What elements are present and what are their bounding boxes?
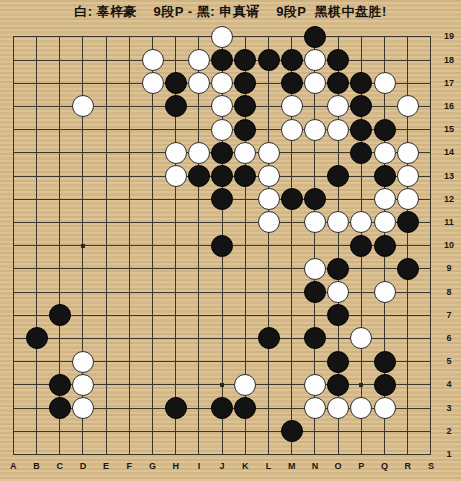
stone-white: [304, 374, 326, 396]
row-label: 17: [439, 78, 459, 88]
stone-white: [281, 95, 303, 117]
stone-black: [49, 304, 71, 326]
stone-black: [374, 165, 396, 187]
stone-black: [350, 119, 372, 141]
board-grid-line: [13, 315, 432, 316]
column-label: G: [149, 461, 156, 471]
stone-black: [327, 258, 349, 280]
stone-white: [397, 165, 419, 187]
board-grid-line: [13, 454, 432, 455]
stone-white: [165, 142, 187, 164]
stone-white: [374, 72, 396, 94]
stone-white: [258, 188, 280, 210]
stone-black: [304, 26, 326, 48]
stone-black: [165, 72, 187, 94]
row-label: 7: [439, 310, 459, 320]
stone-black: [327, 374, 349, 396]
stone-white: [142, 49, 164, 71]
row-label: 14: [439, 147, 459, 157]
stone-black: [165, 397, 187, 419]
row-label: 5: [439, 356, 459, 366]
stone-white: [72, 351, 94, 373]
stone-white: [258, 142, 280, 164]
row-label: 19: [439, 31, 459, 41]
stone-black: [165, 95, 187, 117]
stone-white: [304, 397, 326, 419]
column-label: C: [56, 461, 63, 471]
stone-white: [211, 119, 233, 141]
stone-white: [211, 72, 233, 94]
column-label: L: [266, 461, 272, 471]
column-label: A: [10, 461, 17, 471]
board-grid-line: [13, 292, 432, 293]
stone-black: [374, 119, 396, 141]
stone-white: [72, 95, 94, 117]
stone-black: [327, 72, 349, 94]
stone-black: [327, 49, 349, 71]
stone-black: [211, 165, 233, 187]
stone-white: [165, 165, 187, 187]
row-label: 11: [439, 217, 459, 227]
stone-white: [397, 188, 419, 210]
stone-black: [304, 327, 326, 349]
row-label: 8: [439, 287, 459, 297]
stone-black: [49, 397, 71, 419]
stone-white: [327, 95, 349, 117]
stone-white: [142, 72, 164, 94]
stone-black: [26, 327, 48, 349]
stone-white: [258, 211, 280, 233]
row-label: 6: [439, 333, 459, 343]
stone-black: [234, 165, 256, 187]
stone-black: [281, 188, 303, 210]
row-label: 4: [439, 379, 459, 389]
stone-black: [350, 72, 372, 94]
stone-white: [350, 397, 372, 419]
row-label: 1: [439, 449, 459, 459]
stone-white: [211, 95, 233, 117]
column-label: J: [220, 461, 225, 471]
stone-black: [327, 304, 349, 326]
stone-white: [374, 211, 396, 233]
stone-white: [234, 374, 256, 396]
column-label: I: [198, 461, 201, 471]
stone-white: [258, 165, 280, 187]
board-grid-line: [430, 36, 431, 455]
column-label: B: [33, 461, 40, 471]
stone-white: [304, 258, 326, 280]
column-label: E: [103, 461, 109, 471]
stone-black: [374, 351, 396, 373]
board-grid-line: [13, 268, 432, 269]
row-label: 16: [439, 101, 459, 111]
row-label: 13: [439, 171, 459, 181]
stone-white: [72, 397, 94, 419]
stone-black: [327, 165, 349, 187]
stone-white: [374, 142, 396, 164]
column-label: O: [335, 461, 342, 471]
stone-black: [397, 211, 419, 233]
board-grid-line: [268, 36, 269, 455]
stone-black: [281, 72, 303, 94]
stone-black: [374, 374, 396, 396]
go-board[interactable]: ABCDEFGHIJKLMNOPQRS191817161514131211109…: [0, 0, 461, 461]
row-label: 10: [439, 240, 459, 250]
stone-black: [211, 397, 233, 419]
stone-black: [211, 49, 233, 71]
stone-white: [350, 211, 372, 233]
stone-black: [304, 281, 326, 303]
stone-white: [374, 281, 396, 303]
stone-white: [188, 49, 210, 71]
stone-black: [327, 351, 349, 373]
stone-white: [327, 281, 349, 303]
stone-white: [397, 95, 419, 117]
stone-black: [211, 188, 233, 210]
column-label: M: [288, 461, 296, 471]
row-label: 9: [439, 263, 459, 273]
stone-white: [304, 72, 326, 94]
stone-black: [188, 165, 210, 187]
stone-white: [72, 374, 94, 396]
board-grid-line: [13, 431, 432, 432]
stone-white: [281, 119, 303, 141]
stone-black: [350, 235, 372, 257]
column-label: R: [404, 461, 411, 471]
row-label: 15: [439, 124, 459, 134]
stone-black: [281, 49, 303, 71]
stone-white: [188, 142, 210, 164]
column-label: H: [172, 461, 179, 471]
star-point: [359, 383, 363, 387]
stone-white: [397, 142, 419, 164]
stone-black: [350, 95, 372, 117]
row-label: 3: [439, 403, 459, 413]
stone-black: [234, 49, 256, 71]
stone-black: [281, 420, 303, 442]
row-label: 12: [439, 194, 459, 204]
column-label: N: [312, 461, 319, 471]
stone-black: [211, 235, 233, 257]
stone-black: [374, 235, 396, 257]
stone-white: [327, 397, 349, 419]
stone-white: [327, 211, 349, 233]
stone-black: [397, 258, 419, 280]
stone-white: [327, 119, 349, 141]
stone-white: [374, 397, 396, 419]
column-label: Q: [381, 461, 388, 471]
stone-white: [304, 119, 326, 141]
column-label: S: [428, 461, 434, 471]
stone-black: [234, 72, 256, 94]
stone-black: [258, 49, 280, 71]
star-point: [220, 383, 224, 387]
star-point: [81, 244, 85, 248]
stone-white: [234, 142, 256, 164]
stone-black: [258, 327, 280, 349]
stone-black: [211, 142, 233, 164]
stone-black: [350, 142, 372, 164]
stone-white: [188, 72, 210, 94]
stone-black: [304, 188, 326, 210]
stone-white: [374, 188, 396, 210]
stone-black: [234, 95, 256, 117]
stone-black: [49, 374, 71, 396]
stone-white: [304, 211, 326, 233]
row-label: 18: [439, 55, 459, 65]
row-label: 2: [439, 426, 459, 436]
column-label: D: [80, 461, 87, 471]
stone-black: [234, 397, 256, 419]
stone-black: [234, 119, 256, 141]
column-label: P: [358, 461, 364, 471]
stone-white: [350, 327, 372, 349]
column-label: F: [127, 461, 133, 471]
column-label: K: [242, 461, 249, 471]
stone-white: [304, 49, 326, 71]
stone-white: [211, 26, 233, 48]
